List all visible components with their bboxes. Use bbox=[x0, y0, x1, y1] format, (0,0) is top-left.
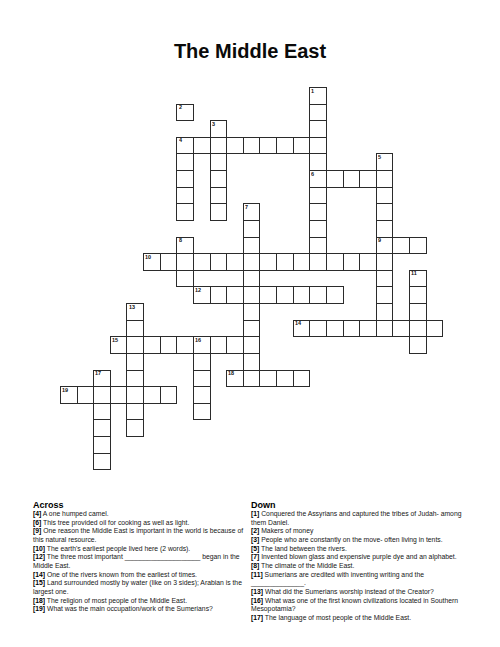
clue-item: [2] Makers of money bbox=[251, 527, 469, 536]
grid-cell[interactable] bbox=[176, 336, 194, 354]
crossword-page: The Middle East 123456789101112131415161… bbox=[0, 0, 500, 647]
clue-item-number: [18] bbox=[33, 597, 45, 604]
grid-cell[interactable] bbox=[193, 253, 211, 271]
grid-cell[interactable] bbox=[276, 137, 294, 155]
grid-cell[interactable] bbox=[376, 203, 394, 221]
grid-cell[interactable] bbox=[259, 137, 277, 155]
grid-cell[interactable]: 13 bbox=[126, 303, 144, 321]
grid-cell[interactable] bbox=[309, 187, 327, 205]
grid-cell[interactable] bbox=[309, 253, 327, 271]
grid-cell[interactable]: 12 bbox=[193, 286, 211, 304]
clue-item: [9] One reason the Middle East is import… bbox=[33, 527, 252, 544]
clue-item-number: [4] bbox=[33, 510, 41, 517]
clue-item-number: [8] bbox=[251, 562, 259, 569]
across-clues: Across [4] A one humped camel.[6] This t… bbox=[33, 500, 252, 614]
grid-cell[interactable]: 9 bbox=[376, 237, 394, 255]
grid-cell[interactable] bbox=[193, 137, 211, 155]
grid-cell[interactable] bbox=[193, 353, 211, 371]
grid-cell[interactable] bbox=[243, 270, 261, 288]
grid-cell[interactable] bbox=[226, 336, 244, 354]
clue-item-number: [10] bbox=[33, 545, 45, 552]
clue-item-number: [17] bbox=[251, 614, 263, 621]
grid-cell[interactable] bbox=[259, 253, 277, 271]
grid-cell[interactable] bbox=[276, 370, 294, 388]
grid-cell[interactable] bbox=[93, 453, 111, 471]
grid-cell[interactable] bbox=[160, 336, 178, 354]
grid-cell[interactable] bbox=[326, 320, 344, 338]
across-clue-list: [4] A one humped camel.[6] This tree pro… bbox=[33, 510, 252, 614]
grid-cell[interactable] bbox=[376, 253, 394, 271]
down-header: Down bbox=[251, 500, 469, 510]
grid-cell[interactable] bbox=[176, 153, 194, 171]
grid-cell[interactable] bbox=[210, 170, 228, 188]
clue-item: [17] The language of most people of the … bbox=[251, 614, 469, 623]
grid-cell[interactable] bbox=[392, 320, 410, 338]
grid-cell[interactable]: 14 bbox=[293, 320, 311, 338]
grid-cell[interactable] bbox=[210, 153, 228, 171]
grid-cell[interactable] bbox=[343, 253, 361, 271]
grid-cell[interactable] bbox=[309, 237, 327, 255]
grid-cell[interactable] bbox=[376, 170, 394, 188]
grid-cell[interactable] bbox=[126, 320, 144, 338]
clue-item: [11] Sumerians are credited with inventi… bbox=[251, 571, 469, 588]
grid-cell[interactable]: 10 bbox=[143, 253, 161, 271]
clue-item-number: [3] bbox=[251, 536, 259, 543]
grid-cell[interactable] bbox=[176, 253, 194, 271]
across-header: Across bbox=[33, 500, 252, 510]
grid-cell[interactable] bbox=[293, 286, 311, 304]
grid-cell[interactable] bbox=[243, 370, 261, 388]
grid-cell[interactable] bbox=[409, 336, 427, 354]
clue-number: 2 bbox=[179, 105, 182, 110]
grid-cell[interactable] bbox=[243, 237, 261, 255]
grid-cell[interactable]: 6 bbox=[309, 170, 327, 188]
grid-cell[interactable] bbox=[226, 286, 244, 304]
grid-cell[interactable] bbox=[176, 187, 194, 205]
grid-cell[interactable] bbox=[309, 104, 327, 122]
grid-cell[interactable]: 2 bbox=[176, 104, 194, 122]
clue-number: 15 bbox=[112, 338, 118, 343]
grid-cell[interactable] bbox=[243, 220, 261, 238]
grid-cell[interactable] bbox=[193, 370, 211, 388]
grid-cell[interactable] bbox=[259, 286, 277, 304]
grid-cell[interactable] bbox=[126, 386, 144, 404]
grid-cell[interactable] bbox=[309, 320, 327, 338]
grid-cell[interactable] bbox=[359, 320, 377, 338]
clue-item: [8] The climate of the Middle East. bbox=[251, 562, 469, 571]
grid-cell[interactable] bbox=[409, 237, 427, 255]
clue-number: 4 bbox=[179, 138, 182, 143]
clue-number: 12 bbox=[195, 288, 201, 293]
grid-cell[interactable] bbox=[426, 320, 444, 338]
grid-cell[interactable] bbox=[293, 370, 311, 388]
clue-item: [5] The land between the rivers. bbox=[251, 545, 469, 554]
grid-cell[interactable] bbox=[243, 303, 261, 321]
grid-cell[interactable]: 19 bbox=[60, 386, 78, 404]
grid-cell[interactable] bbox=[276, 253, 294, 271]
grid-cell[interactable] bbox=[309, 137, 327, 155]
grid-cell[interactable]: 1 bbox=[309, 87, 327, 105]
grid-cell[interactable] bbox=[126, 370, 144, 388]
clue-number: 16 bbox=[195, 338, 201, 343]
grid-cell[interactable] bbox=[376, 270, 394, 288]
grid-cell[interactable] bbox=[126, 336, 144, 354]
clue-number: 18 bbox=[228, 371, 234, 376]
down-clue-list: [1] Conquered the Assyrians and captured… bbox=[251, 510, 469, 623]
clue-item-number: [5] bbox=[251, 545, 259, 552]
clue-number: 6 bbox=[311, 172, 314, 177]
grid-cell[interactable]: 8 bbox=[176, 237, 194, 255]
grid-cell[interactable] bbox=[193, 403, 211, 421]
grid-cell[interactable] bbox=[110, 386, 128, 404]
grid-cell[interactable] bbox=[376, 320, 394, 338]
grid-cell[interactable] bbox=[309, 120, 327, 138]
clue-item-number: [6] bbox=[33, 519, 41, 526]
grid-cell[interactable] bbox=[243, 286, 261, 304]
grid-cell[interactable] bbox=[226, 137, 244, 155]
grid-cell[interactable] bbox=[243, 320, 261, 338]
grid-cell[interactable] bbox=[243, 353, 261, 371]
grid-cell[interactable]: 5 bbox=[376, 153, 394, 171]
clue-number: 10 bbox=[145, 255, 151, 260]
clue-item: [1] Conquered the Assyrians and captured… bbox=[251, 510, 469, 527]
grid-cell[interactable] bbox=[293, 137, 311, 155]
grid-cell[interactable] bbox=[210, 137, 228, 155]
clue-item-number: [15] bbox=[33, 579, 45, 586]
grid-cell[interactable] bbox=[126, 353, 144, 371]
grid-cell[interactable] bbox=[326, 253, 344, 271]
grid-cell[interactable] bbox=[259, 370, 277, 388]
grid-cell[interactable] bbox=[93, 386, 111, 404]
grid-cell[interactable] bbox=[126, 419, 144, 437]
grid-cell[interactable] bbox=[176, 203, 194, 221]
grid-cell[interactable] bbox=[409, 320, 427, 338]
clue-number: 11 bbox=[411, 271, 417, 276]
grid-cell[interactable] bbox=[326, 170, 344, 188]
grid-cell[interactable] bbox=[392, 237, 410, 255]
grid-cell[interactable] bbox=[126, 403, 144, 421]
grid-cell[interactable] bbox=[143, 386, 161, 404]
clue-item: [6] This tree provided oil for cooking a… bbox=[33, 519, 252, 528]
grid-cell[interactable] bbox=[293, 253, 311, 271]
grid-cell[interactable] bbox=[160, 386, 178, 404]
clue-item: [12] The three most important __________… bbox=[33, 553, 252, 570]
clue-item: [13] What did the Sumerians worship inst… bbox=[251, 588, 469, 597]
grid-cell[interactable] bbox=[210, 286, 228, 304]
grid-cell[interactable] bbox=[160, 253, 178, 271]
grid-cell[interactable]: 18 bbox=[226, 370, 244, 388]
clue-item-number: [9] bbox=[33, 527, 41, 534]
clue-number: 19 bbox=[62, 388, 68, 393]
grid-cell[interactable] bbox=[93, 419, 111, 437]
grid-cell[interactable]: 16 bbox=[193, 336, 211, 354]
grid-cell[interactable] bbox=[77, 386, 95, 404]
clue-item: [16] What was one of the first known civ… bbox=[251, 597, 469, 614]
clue-item-number: [1] bbox=[251, 510, 259, 517]
grid-cell[interactable] bbox=[409, 286, 427, 304]
grid-cell[interactable] bbox=[93, 436, 111, 454]
clue-item-number: [12] bbox=[33, 553, 45, 560]
grid-cell[interactable] bbox=[176, 270, 194, 288]
grid-cell[interactable] bbox=[226, 253, 244, 271]
grid-cell[interactable] bbox=[193, 386, 211, 404]
grid-cell[interactable] bbox=[376, 303, 394, 321]
clue-item: [7] Invented blown glass and expensive p… bbox=[251, 553, 469, 562]
grid-cell[interactable] bbox=[210, 336, 228, 354]
grid-cell[interactable] bbox=[309, 286, 327, 304]
clue-item-number: [11] bbox=[251, 571, 263, 578]
clue-item-number: [13] bbox=[251, 588, 263, 595]
clue-number: 14 bbox=[295, 321, 301, 326]
clue-number: 8 bbox=[179, 238, 182, 243]
grid-cell[interactable] bbox=[343, 320, 361, 338]
clue-number: 13 bbox=[129, 305, 135, 310]
grid-cell[interactable] bbox=[376, 286, 394, 304]
grid-cell[interactable] bbox=[309, 220, 327, 238]
grid-cell[interactable]: 3 bbox=[210, 120, 228, 138]
grid-cell[interactable] bbox=[243, 336, 261, 354]
grid-cell[interactable] bbox=[276, 286, 294, 304]
clue-item-number: [7] bbox=[251, 553, 259, 560]
clue-number: 9 bbox=[378, 238, 381, 243]
clue-item: [10] The earth's earliest people lived h… bbox=[33, 545, 252, 554]
clue-item: [15] Land surrounded mostly by water (li… bbox=[33, 579, 252, 596]
down-clues: Down [1] Conquered the Assyrians and cap… bbox=[251, 500, 469, 623]
clue-item: [19] What was the main occupation/work o… bbox=[33, 605, 252, 614]
clue-item-number: [19] bbox=[33, 605, 45, 612]
clue-item: [4] A one humped camel. bbox=[33, 510, 252, 519]
grid-cell[interactable] bbox=[309, 203, 327, 221]
grid-cell[interactable] bbox=[93, 403, 111, 421]
grid-cell[interactable]: 4 bbox=[176, 137, 194, 155]
grid-cell[interactable] bbox=[243, 253, 261, 271]
grid-cell[interactable] bbox=[176, 170, 194, 188]
grid-cell[interactable] bbox=[359, 170, 377, 188]
grid-cell[interactable] bbox=[210, 203, 228, 221]
crossword-grid: 12345678910111213141516171819 bbox=[60, 87, 443, 470]
grid-cell[interactable] bbox=[243, 137, 261, 155]
grid-cell[interactable]: 7 bbox=[243, 203, 261, 221]
grid-cell[interactable] bbox=[326, 286, 344, 304]
grid-cell[interactable] bbox=[359, 253, 377, 271]
grid-cell[interactable] bbox=[143, 336, 161, 354]
clue-item: [3] People who are constantly on the mov… bbox=[251, 536, 469, 545]
grid-cell[interactable] bbox=[309, 153, 327, 171]
clue-number: 17 bbox=[95, 371, 101, 376]
clue-number: 5 bbox=[378, 155, 381, 160]
grid-cell[interactable] bbox=[343, 170, 361, 188]
grid-cell[interactable] bbox=[210, 253, 228, 271]
grid-cell[interactable]: 15 bbox=[110, 336, 128, 354]
clue-item-number: [16] bbox=[251, 597, 263, 604]
clue-number: 3 bbox=[212, 122, 215, 127]
grid-cell[interactable] bbox=[409, 303, 427, 321]
clue-item: [18] The religion of most people of the … bbox=[33, 597, 252, 606]
puzzle-title: The Middle East bbox=[0, 40, 500, 63]
clue-number: 1 bbox=[311, 89, 314, 94]
grid-cell[interactable]: 17 bbox=[93, 370, 111, 388]
clue-item-number: [2] bbox=[251, 527, 259, 534]
clue-item: [14] One of the rivers known from the ea… bbox=[33, 571, 252, 580]
grid-cell[interactable] bbox=[210, 187, 228, 205]
grid-cell[interactable] bbox=[376, 187, 394, 205]
grid-cell[interactable] bbox=[376, 220, 394, 238]
grid-cell[interactable]: 11 bbox=[409, 270, 427, 288]
clue-number: 7 bbox=[245, 205, 248, 210]
clue-item-number: [14] bbox=[33, 571, 45, 578]
